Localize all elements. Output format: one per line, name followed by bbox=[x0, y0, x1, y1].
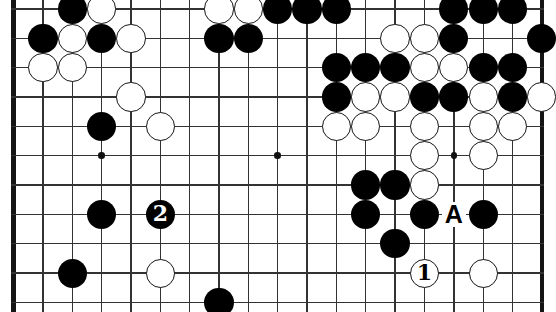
black-stone bbox=[204, 24, 233, 53]
white-stone bbox=[410, 112, 439, 141]
white-stone bbox=[469, 259, 498, 288]
white-stone bbox=[380, 24, 409, 53]
black-stone bbox=[263, 0, 292, 24]
black-stone bbox=[87, 24, 116, 53]
black-stone bbox=[58, 259, 87, 288]
white-stone bbox=[234, 0, 263, 24]
black-stone bbox=[322, 0, 351, 24]
white-stone bbox=[322, 112, 351, 141]
white-stone bbox=[410, 170, 439, 199]
black-stone bbox=[351, 170, 380, 199]
black-stone bbox=[469, 0, 498, 24]
white-stone bbox=[58, 24, 87, 53]
black-stone bbox=[439, 82, 468, 111]
white-stone bbox=[410, 141, 439, 170]
black-stone bbox=[58, 0, 87, 24]
stones-layer: 2A1 bbox=[0, 0, 556, 312]
black-stone bbox=[410, 200, 439, 229]
black-stone bbox=[410, 82, 439, 111]
white-stone bbox=[410, 24, 439, 53]
go-board-diagram: 2A1 bbox=[0, 0, 556, 312]
white-stone: 1 bbox=[410, 259, 439, 288]
black-stone bbox=[439, 0, 468, 24]
white-stone bbox=[469, 112, 498, 141]
black-stone bbox=[292, 0, 321, 24]
black-stone bbox=[234, 24, 263, 53]
white-stone bbox=[116, 24, 145, 53]
white-stone bbox=[410, 53, 439, 82]
black-stone bbox=[498, 82, 527, 111]
stone-move-number: 2 bbox=[153, 202, 168, 224]
white-stone bbox=[498, 112, 527, 141]
white-stone bbox=[116, 82, 145, 111]
black-stone bbox=[322, 82, 351, 111]
black-stone bbox=[527, 24, 556, 53]
black-stone bbox=[87, 200, 116, 229]
black-stone bbox=[439, 24, 468, 53]
black-stone bbox=[351, 53, 380, 82]
black-stone bbox=[380, 229, 409, 258]
point-label-A: A bbox=[442, 202, 466, 227]
black-stone bbox=[380, 53, 409, 82]
white-stone bbox=[469, 141, 498, 170]
black-stone bbox=[87, 112, 116, 141]
black-stone bbox=[498, 0, 527, 24]
black-stone bbox=[469, 200, 498, 229]
white-stone bbox=[204, 0, 233, 24]
black-stone bbox=[498, 53, 527, 82]
white-stone bbox=[58, 53, 87, 82]
black-stone bbox=[204, 288, 233, 312]
black-stone bbox=[322, 53, 351, 82]
white-stone bbox=[351, 82, 380, 111]
stone-move-number: 1 bbox=[417, 261, 432, 283]
black-stone bbox=[380, 170, 409, 199]
white-stone bbox=[351, 112, 380, 141]
black-stone bbox=[469, 53, 498, 82]
white-stone bbox=[527, 82, 556, 111]
white-stone bbox=[439, 53, 468, 82]
white-stone bbox=[146, 112, 175, 141]
black-stone bbox=[351, 200, 380, 229]
white-stone bbox=[469, 82, 498, 111]
white-stone bbox=[87, 0, 116, 24]
black-stone: 2 bbox=[146, 200, 175, 229]
white-stone bbox=[28, 53, 57, 82]
white-stone bbox=[380, 82, 409, 111]
black-stone bbox=[28, 24, 57, 53]
white-stone bbox=[146, 259, 175, 288]
